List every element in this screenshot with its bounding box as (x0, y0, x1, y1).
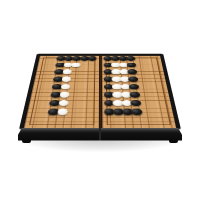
white-stone (60, 92, 70, 98)
black-stone (131, 109, 142, 115)
white-stone (62, 77, 72, 82)
board-front-edge (18, 128, 182, 141)
white-stone (63, 69, 73, 74)
front-clasp (99, 128, 101, 141)
black-stone (128, 77, 138, 82)
black-stone (127, 63, 136, 68)
white-stone (71, 63, 80, 68)
white-stone (58, 100, 69, 106)
black-stone (130, 92, 140, 98)
go-board (19, 54, 181, 130)
black-stone (128, 69, 138, 74)
black-stone (126, 56, 135, 60)
product-photo (0, 0, 200, 200)
black-stone (129, 84, 139, 89)
white-stone (61, 84, 71, 89)
stones-layer (24, 56, 176, 128)
black-stone (88, 56, 97, 60)
white-stone (57, 109, 68, 115)
black-stone (131, 100, 142, 106)
